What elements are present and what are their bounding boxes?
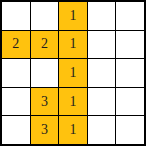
cell-r4-c0[interactable] — [2, 116, 30, 144]
cell-r2-c1[interactable] — [31, 59, 59, 87]
cell-r0-c3[interactable] — [88, 2, 116, 30]
cell-r1-c1[interactable]: 2 — [31, 31, 59, 59]
cell-r1-c2[interactable]: 1 — [59, 31, 87, 59]
cell-r2-c4[interactable] — [116, 59, 144, 87]
cell-r0-c2[interactable]: 1 — [59, 2, 87, 30]
cell-r0-c4[interactable] — [116, 2, 144, 30]
cell-r0-c1[interactable] — [31, 2, 59, 30]
cell-r3-c3[interactable] — [88, 88, 116, 116]
cell-r4-c3[interactable] — [88, 116, 116, 144]
cell-r1-c4[interactable] — [116, 31, 144, 59]
cell-r3-c0[interactable] — [2, 88, 30, 116]
cell-r1-c3[interactable] — [88, 31, 116, 59]
cell-r4-c1[interactable]: 3 — [31, 116, 59, 144]
cell-r3-c1[interactable]: 3 — [31, 88, 59, 116]
cell-r1-c0[interactable]: 2 — [2, 31, 30, 59]
cell-r0-c0[interactable] — [2, 2, 30, 30]
cell-r2-c0[interactable] — [2, 59, 30, 87]
cell-r3-c2[interactable]: 1 — [59, 88, 87, 116]
cell-r4-c4[interactable] — [116, 116, 144, 144]
puzzle-grid: 1 2 2 1 1 3 1 3 1 — [0, 0, 146, 146]
cell-r2-c3[interactable] — [88, 59, 116, 87]
cell-r4-c2[interactable]: 1 — [59, 116, 87, 144]
cell-r2-c2[interactable]: 1 — [59, 59, 87, 87]
cell-r3-c4[interactable] — [116, 88, 144, 116]
